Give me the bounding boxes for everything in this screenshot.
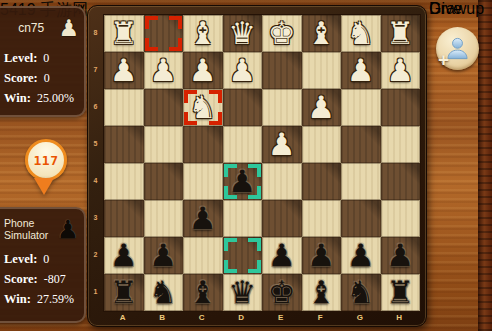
square-h3[interactable] xyxy=(381,200,421,237)
white-pawn-d7: ♟ xyxy=(223,52,263,89)
white-rook-h8: ♜ xyxy=(381,15,421,52)
white-knight-c6: ♞ xyxy=(183,89,223,126)
win-value-black: 27.59% xyxy=(37,292,74,307)
wood-edge-strip xyxy=(478,0,492,331)
square-c6[interactable]: ♞ xyxy=(183,89,223,126)
square-f2[interactable]: ♟ xyxy=(302,237,342,274)
square-f8[interactable]: ♝ xyxy=(302,15,342,52)
square-e7[interactable] xyxy=(262,52,302,89)
file-label-h: H xyxy=(380,312,420,324)
square-a2[interactable]: ♟ xyxy=(104,237,144,274)
square-g2[interactable]: ♟ xyxy=(341,237,381,274)
square-d8[interactable]: ♛ xyxy=(223,15,263,52)
black-knight-g1: ♞ xyxy=(341,274,381,311)
player-name-white: cn75 xyxy=(4,21,58,35)
white-rook-a8: ♜ xyxy=(104,15,144,52)
add-player-button[interactable]: + xyxy=(436,27,479,70)
square-a8[interactable]: ♜ xyxy=(104,15,144,52)
square-c8[interactable]: ♝ xyxy=(183,15,223,52)
file-label-c: C xyxy=(182,312,222,324)
square-e2[interactable]: ♟ xyxy=(262,237,302,274)
square-c2[interactable] xyxy=(183,237,223,274)
black-bishop-f1: ♝ xyxy=(302,274,342,311)
square-c5[interactable] xyxy=(183,126,223,163)
white-pawn-b7: ♟ xyxy=(144,52,184,89)
square-g3[interactable] xyxy=(341,200,381,237)
win-value-white: 25.00% xyxy=(37,91,74,106)
player-panel-black: Phone Simulator ♟ Level: 0 Score: -807 W… xyxy=(0,207,86,323)
square-f3[interactable] xyxy=(302,200,342,237)
square-b3[interactable] xyxy=(144,200,184,237)
square-b7[interactable]: ♟ xyxy=(144,52,184,89)
square-e1[interactable]: ♚ xyxy=(262,274,302,311)
square-f7[interactable] xyxy=(302,52,342,89)
timer-value: 117 xyxy=(34,153,59,168)
rank-label-2: 2 xyxy=(89,236,102,273)
square-g1[interactable]: ♞ xyxy=(341,274,381,311)
white-pawn-a7: ♟ xyxy=(104,52,144,89)
square-h6[interactable] xyxy=(381,89,421,126)
file-label-f: F xyxy=(301,312,341,324)
move-highlight-b8 xyxy=(145,16,183,51)
square-a7[interactable]: ♟ xyxy=(104,52,144,89)
square-e5[interactable]: ♟ xyxy=(262,126,302,163)
black-pawn-a2: ♟ xyxy=(104,237,144,274)
square-b6[interactable] xyxy=(144,89,184,126)
app-screen: 87654321 ABCDEFGH ♜♝♛♚♝♞♜♟♟♟♟♟♟♞♟♟♟♟♟♟♟♟… xyxy=(0,0,492,331)
square-b8[interactable] xyxy=(144,15,184,52)
square-d4[interactable]: ♟ xyxy=(223,163,263,200)
move-highlight-d4 xyxy=(224,164,262,199)
white-knight-g8: ♞ xyxy=(341,15,381,52)
black-pawn-f2: ♟ xyxy=(302,237,342,274)
white-pawn-g7: ♟ xyxy=(341,52,381,89)
black-bishop-c1: ♝ xyxy=(183,274,223,311)
white-pawn-e5: ♟ xyxy=(262,126,302,163)
win-label: Win: xyxy=(4,91,31,106)
square-g6[interactable] xyxy=(341,89,381,126)
move-highlight-d2 xyxy=(224,238,262,273)
level-value-black: 0 xyxy=(43,252,49,267)
black-pawn-d4: ♟ xyxy=(223,163,263,200)
file-label-e: E xyxy=(261,312,301,324)
square-a4[interactable] xyxy=(104,163,144,200)
square-b4[interactable] xyxy=(144,163,184,200)
rank-label-5: 5 xyxy=(89,125,102,162)
square-g8[interactable]: ♞ xyxy=(341,15,381,52)
square-d6[interactable] xyxy=(223,89,263,126)
square-e6[interactable] xyxy=(262,89,302,126)
square-b1[interactable]: ♞ xyxy=(144,274,184,311)
square-a5[interactable] xyxy=(104,126,144,163)
score-value-black: -807 xyxy=(44,272,66,287)
square-d1[interactable]: ♛ xyxy=(223,274,263,311)
square-h4[interactable] xyxy=(381,163,421,200)
black-knight-b1: ♞ xyxy=(144,274,184,311)
square-h7[interactable]: ♟ xyxy=(381,52,421,89)
square-h2[interactable]: ♟ xyxy=(381,237,421,274)
black-pawn-h2: ♟ xyxy=(381,237,421,274)
square-f4[interactable] xyxy=(302,163,342,200)
move-timer: 117 xyxy=(25,139,67,181)
white-pawn-h7: ♟ xyxy=(381,52,421,89)
black-rook-h1: ♜ xyxy=(381,274,421,311)
draw-label: Draw xyxy=(429,0,466,17)
square-g7[interactable]: ♟ xyxy=(341,52,381,89)
file-label-g: G xyxy=(340,312,380,324)
square-h8[interactable]: ♜ xyxy=(381,15,421,52)
rank-label-6: 6 xyxy=(89,88,102,125)
score-label: Score: xyxy=(4,71,38,86)
timer-pointer-icon xyxy=(34,178,54,195)
white-bishop-f8: ♝ xyxy=(302,15,342,52)
square-a6[interactable] xyxy=(104,89,144,126)
level-label: Level: xyxy=(4,51,37,66)
file-label-b: B xyxy=(143,312,183,324)
black-pawn-icon: ♟ xyxy=(57,217,79,242)
rank-label-3: 3 xyxy=(89,199,102,236)
white-king-e8: ♚ xyxy=(262,15,302,52)
white-pawn-c7: ♟ xyxy=(183,52,223,89)
square-d2[interactable] xyxy=(223,237,263,274)
rank-label-4: 4 xyxy=(89,162,102,199)
file-label-d: D xyxy=(222,312,262,324)
move-highlight-c6 xyxy=(184,90,222,125)
rank-label-8: 8 xyxy=(89,14,102,51)
square-f1[interactable]: ♝ xyxy=(302,274,342,311)
rank-label-7: 7 xyxy=(89,51,102,88)
square-d7[interactable]: ♟ xyxy=(223,52,263,89)
white-bishop-c8: ♝ xyxy=(183,15,223,52)
square-h5[interactable] xyxy=(381,126,421,163)
black-pawn-c3: ♟ xyxy=(183,200,223,237)
square-h1[interactable]: ♜ xyxy=(381,274,421,311)
win-label: Win: xyxy=(4,292,31,307)
square-e3[interactable] xyxy=(262,200,302,237)
player-panel-white: cn75 ♟ Level: 0 Score: 0 Win: 25.00% xyxy=(0,6,86,117)
square-f5[interactable] xyxy=(302,126,342,163)
square-c3[interactable]: ♟ xyxy=(183,200,223,237)
black-rook-a1: ♜ xyxy=(104,274,144,311)
square-b2[interactable]: ♟ xyxy=(144,237,184,274)
square-f6[interactable]: ♟ xyxy=(302,89,342,126)
level-value-white: 0 xyxy=(43,51,49,66)
chess-board: ♜♝♛♚♝♞♜♟♟♟♟♟♟♞♟♟♟♟♟♟♟♟♟♟♜♞♝♛♚♝♞♜ xyxy=(103,14,421,312)
black-pawn-g2: ♟ xyxy=(341,237,381,274)
white-pawn-icon: ♟ xyxy=(58,17,79,40)
square-e4[interactable] xyxy=(262,163,302,200)
square-a3[interactable] xyxy=(104,200,144,237)
white-queen-d8: ♛ xyxy=(223,15,263,52)
square-g5[interactable] xyxy=(341,126,381,163)
rank-label-1: 1 xyxy=(89,273,102,310)
file-label-a: A xyxy=(103,312,143,324)
black-pawn-b2: ♟ xyxy=(144,237,184,274)
square-e8[interactable]: ♚ xyxy=(262,15,302,52)
score-label: Score: xyxy=(4,272,38,287)
black-pawn-e2: ♟ xyxy=(262,237,302,274)
black-queen-d1: ♛ xyxy=(223,274,263,311)
square-c1[interactable]: ♝ xyxy=(183,274,223,311)
draw-button[interactable]: Draw xyxy=(429,0,490,18)
square-a1[interactable]: ♜ xyxy=(104,274,144,311)
plus-icon: + xyxy=(438,50,449,69)
player-name-black: Phone Simulator xyxy=(4,217,57,241)
square-d5[interactable] xyxy=(223,126,263,163)
square-g4[interactable] xyxy=(341,163,381,200)
score-value-white: 0 xyxy=(44,71,50,86)
square-c4[interactable] xyxy=(183,163,223,200)
square-c7[interactable]: ♟ xyxy=(183,52,223,89)
level-label: Level: xyxy=(4,252,37,267)
white-pawn-f6: ♟ xyxy=(302,89,342,126)
square-b5[interactable] xyxy=(144,126,184,163)
square-d3[interactable] xyxy=(223,200,263,237)
black-king-e1: ♚ xyxy=(262,274,302,311)
